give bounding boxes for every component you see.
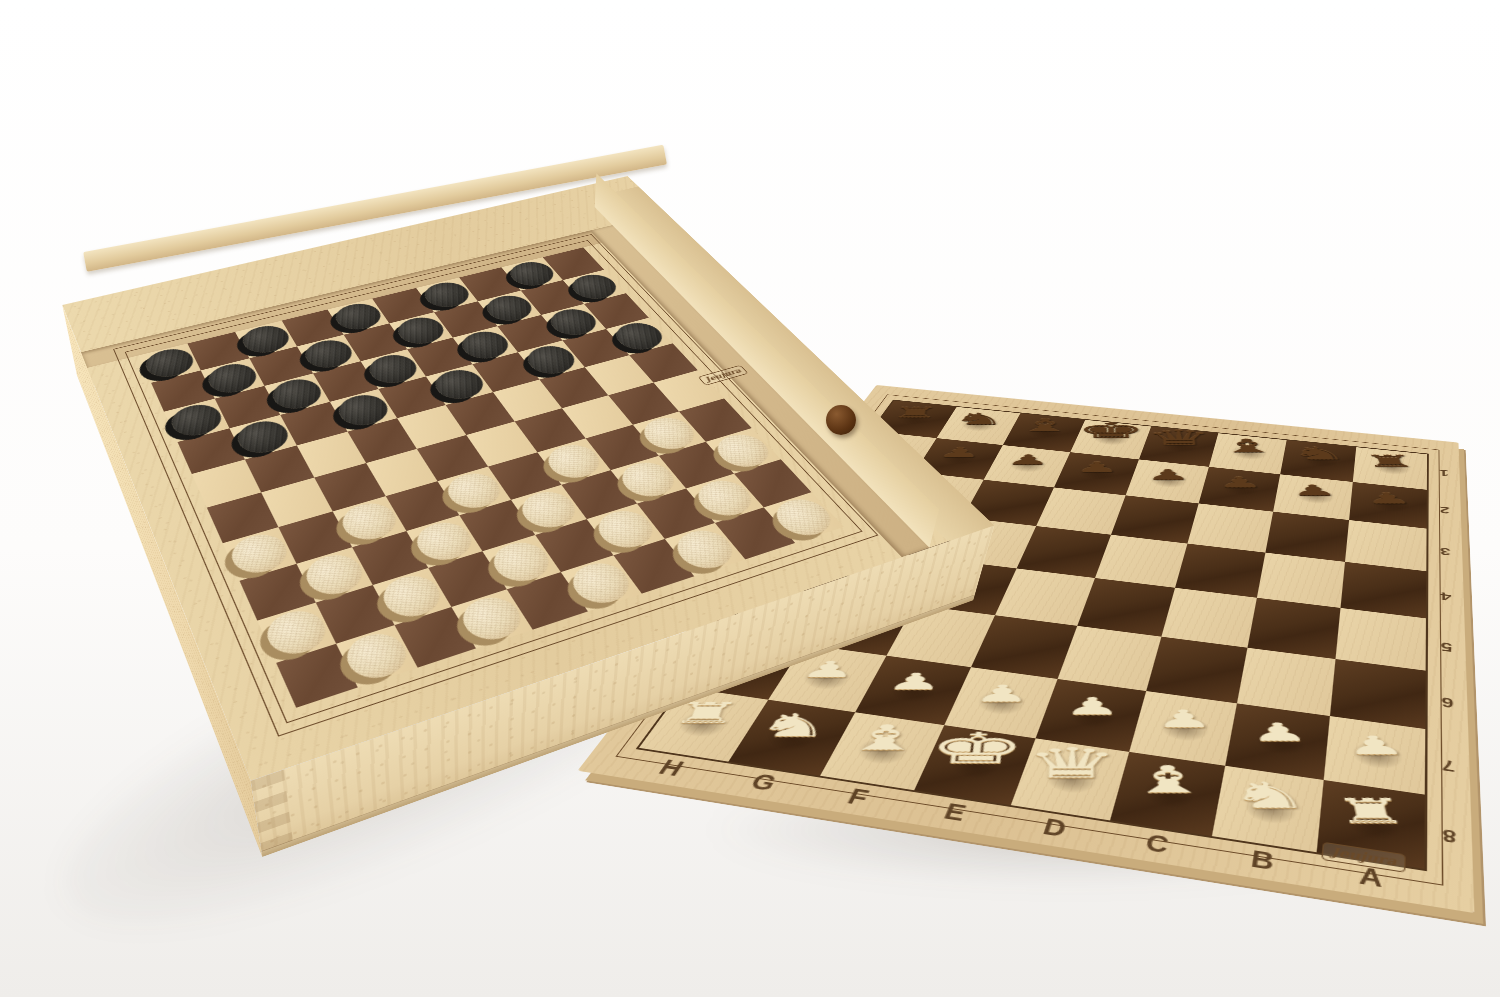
chess-piece-light-king[interactable]: ♚ — [925, 728, 1028, 771]
chess-piece-dark-pawn[interactable]: ♟ — [1289, 483, 1338, 498]
draughts-square[interactable] — [276, 644, 358, 708]
chess-piece-dark-pawn[interactable]: ♟ — [1216, 475, 1264, 490]
draughts-square[interactable] — [764, 492, 844, 543]
draughts-square[interactable] — [511, 485, 587, 535]
chess-piece-light-rook[interactable]: ♜ — [1330, 795, 1413, 829]
piece-contact-shadow — [934, 743, 1016, 789]
piece-contact-shadow — [748, 716, 832, 760]
draughts-square[interactable] — [278, 511, 352, 563]
piece-contact-shadow — [1341, 733, 1413, 778]
lid-pull-knob[interactable] — [826, 405, 856, 435]
rank-label: 7 — [1442, 755, 1455, 775]
file-label: B — [1249, 845, 1277, 876]
draughts-square[interactable] — [333, 496, 407, 547]
file-label: E — [940, 799, 971, 827]
rank-label: 2 — [1440, 504, 1450, 516]
draughts-square[interactable] — [734, 459, 811, 507]
chess-square[interactable] — [1058, 626, 1162, 691]
draughts-square[interactable] — [336, 625, 418, 687]
chess-square[interactable] — [1036, 679, 1147, 752]
chess-piece-light-knight[interactable]: ♞ — [752, 709, 836, 741]
draughts-square[interactable] — [561, 470, 637, 519]
checker-light-man[interactable] — [339, 627, 414, 685]
chess-square[interactable] — [1161, 588, 1256, 648]
chess-square[interactable] — [1011, 738, 1129, 820]
chess-square[interactable] — [1324, 716, 1426, 795]
file-label: H — [654, 755, 690, 781]
checker-light-man[interactable] — [226, 529, 294, 579]
chess-square[interactable] — [1341, 562, 1427, 619]
chess-square[interactable] — [914, 725, 1035, 805]
chess-piece-dark-queen[interactable]: ♛ — [1145, 427, 1214, 448]
draughts-square[interactable] — [261, 478, 333, 528]
draughts-square[interactable] — [316, 585, 395, 644]
chess-square[interactable] — [855, 656, 971, 725]
chess-piece-light-pawn[interactable]: ♟ — [798, 658, 859, 680]
chess-square[interactable] — [1247, 598, 1340, 659]
draughts-square[interactable] — [297, 547, 373, 602]
chess-square[interactable] — [728, 700, 855, 776]
jeujura-logo-chess: Jeujura — [1321, 842, 1406, 873]
draughts-square[interactable] — [229, 415, 296, 460]
chess-piece-light-pawn[interactable]: ♟ — [884, 670, 944, 693]
chess-piece-dark-bishop[interactable]: ♝ — [1016, 416, 1074, 433]
checker-light-man[interactable] — [668, 525, 742, 574]
chess-square[interactable] — [1336, 608, 1426, 671]
chess-square[interactable] — [971, 615, 1077, 679]
chess-square[interactable] — [1095, 535, 1187, 588]
draughts-square[interactable] — [280, 402, 347, 446]
piece-contact-shadow — [1231, 785, 1309, 835]
checker-light-man[interactable] — [540, 440, 608, 483]
draughts-square[interactable] — [459, 500, 535, 551]
draughts-square[interactable] — [438, 467, 512, 516]
draughts-square[interactable] — [613, 539, 694, 594]
checker-light-man[interactable] — [376, 570, 449, 623]
draughts-square[interactable] — [352, 531, 428, 585]
chess-square[interactable] — [1077, 578, 1175, 637]
checker-light-man[interactable] — [614, 458, 684, 502]
chess-piece-light-pawn[interactable]: ♟ — [1063, 694, 1121, 718]
file-label: A — [1358, 862, 1384, 894]
draughts-square[interactable] — [314, 463, 385, 511]
checker-light-man[interactable] — [485, 537, 557, 587]
chess-square[interactable] — [1225, 703, 1330, 780]
checker-light-man[interactable] — [590, 506, 662, 554]
piece-contact-shadow — [1054, 695, 1130, 737]
chess-square[interactable] — [820, 712, 944, 790]
draughts-square[interactable] — [686, 474, 764, 523]
checker-light-man[interactable] — [260, 605, 333, 661]
draughts-square[interactable] — [488, 452, 561, 500]
chess-piece-dark-knight[interactable]: ♞ — [951, 411, 1007, 427]
checker-light-man[interactable] — [767, 494, 841, 541]
rank-label: 6 — [1441, 694, 1454, 712]
chess-piece-light-bishop[interactable]: ♝ — [841, 721, 928, 756]
checker-dark-man[interactable] — [232, 417, 294, 458]
draughts-square[interactable] — [561, 555, 642, 611]
piece-contact-shadow — [1243, 720, 1316, 764]
draughts-square[interactable] — [587, 504, 665, 556]
chess-square[interactable] — [1212, 766, 1324, 852]
draughts-square[interactable] — [515, 408, 586, 452]
checker-light-man[interactable] — [336, 498, 404, 545]
piece-contact-shadow — [840, 729, 923, 774]
draughts-square[interactable] — [373, 568, 452, 625]
chess-piece-dark-rook[interactable]: ♜ — [889, 405, 941, 420]
draughts-square[interactable] — [257, 603, 336, 663]
chess-piece-dark-knight[interactable]: ♞ — [1288, 444, 1349, 462]
draughts-square[interactable] — [223, 527, 297, 581]
chess-square[interactable] — [1146, 637, 1247, 704]
chess-square[interactable] — [1175, 544, 1265, 598]
piece-contact-shadow — [1129, 770, 1209, 818]
draughts-square[interactable] — [507, 572, 588, 630]
chess-square[interactable] — [1129, 691, 1237, 766]
checker-light-man[interactable] — [454, 592, 529, 647]
draughts-square[interactable] — [366, 449, 437, 496]
file-label: F — [843, 784, 874, 811]
draughts-square[interactable] — [395, 607, 476, 668]
chess-piece-dark-bishop[interactable]: ♝ — [1217, 437, 1279, 455]
checker-dark-man[interactable] — [166, 400, 226, 440]
chess-piece-light-queen[interactable]: ♛ — [1023, 743, 1120, 785]
chess-piece-light-pawn[interactable]: ♟ — [973, 682, 1032, 705]
draughts-square[interactable] — [659, 442, 734, 489]
file-label: G — [746, 769, 783, 796]
chess-square[interactable] — [1317, 780, 1425, 869]
chess-square[interactable] — [1330, 659, 1426, 729]
draughts-square[interactable] — [466, 421, 537, 466]
chess-piece-dark-pawn[interactable]: ♟ — [1005, 453, 1050, 467]
checker-light-man[interactable] — [689, 476, 761, 521]
checker-light-man[interactable] — [514, 487, 584, 533]
rank-label: 3 — [1440, 545, 1451, 558]
draughts-square[interactable] — [348, 418, 417, 463]
draughts-square[interactable] — [192, 460, 261, 508]
chess-piece-dark-pawn[interactable]: ♟ — [1363, 491, 1414, 506]
piece-contact-shadow — [874, 670, 952, 710]
checker-light-man[interactable] — [440, 468, 508, 513]
file-label: C — [1143, 829, 1173, 859]
checker-light-man[interactable] — [709, 430, 778, 472]
draughts-square[interactable] — [207, 492, 279, 543]
chess-piece-dark-king[interactable]: ♚ — [1076, 420, 1146, 441]
checker-light-man[interactable] — [564, 557, 639, 609]
draughts-square[interactable] — [535, 519, 613, 572]
rank-label: 5 — [1441, 639, 1453, 655]
chess-piece-dark-pawn[interactable]: ♟ — [937, 446, 983, 460]
piece-contact-shadow — [787, 659, 866, 698]
chess-piece-light-knight[interactable]: ♞ — [1226, 777, 1312, 813]
draughts-square[interactable] — [406, 515, 482, 568]
piece-contact-shadow — [1147, 707, 1222, 750]
chess-piece-dark-pawn[interactable]: ♟ — [1075, 460, 1119, 474]
chess-piece-dark-pawn[interactable]: ♟ — [1145, 468, 1191, 482]
draughts-square[interactable] — [428, 551, 507, 607]
draughts-square[interactable] — [178, 428, 245, 474]
draughts-square[interactable] — [706, 428, 781, 474]
draughts-square[interactable] — [417, 435, 488, 481]
draughts-square[interactable] — [386, 481, 460, 531]
chess-piece-light-pawn[interactable]: ♟ — [1247, 719, 1310, 744]
chess-square[interactable] — [1257, 553, 1345, 608]
draughts-square[interactable] — [637, 488, 715, 538]
chess-piece-light-bishop[interactable]: ♝ — [1126, 761, 1212, 798]
draughts-square[interactable] — [451, 589, 532, 648]
chess-piece-light-pawn[interactable]: ♟ — [1342, 733, 1408, 759]
draughts-square[interactable] — [611, 456, 686, 504]
checker-light-man[interactable] — [409, 517, 479, 566]
draughts-square[interactable] — [164, 399, 229, 442]
file-label: D — [1040, 814, 1071, 843]
piece-contact-shadow — [1030, 756, 1111, 803]
draughts-square[interactable] — [397, 405, 466, 449]
draughts-square[interactable] — [245, 445, 314, 492]
draughts-square[interactable] — [715, 507, 795, 559]
chess-piece-dark-rook[interactable]: ♜ — [1361, 453, 1419, 469]
draughts-square[interactable] — [240, 564, 316, 621]
draughts-square[interactable] — [537, 438, 610, 484]
chess-square[interactable] — [944, 667, 1057, 738]
draughts-square[interactable] — [633, 411, 706, 455]
checker-light-man[interactable] — [299, 549, 369, 600]
rank-label: 4 — [1440, 589, 1451, 603]
draughts-square[interactable] — [665, 523, 746, 576]
checker-light-man[interactable] — [636, 413, 703, 454]
draughts-square[interactable] — [297, 432, 366, 478]
piece-contact-shadow — [963, 682, 1040, 723]
draughts-square[interactable] — [586, 425, 659, 470]
rank-label: 8 — [1442, 825, 1456, 847]
piece-contact-shadow — [659, 703, 744, 746]
chess-square[interactable] — [1237, 648, 1336, 716]
piece-contact-shadow — [1335, 800, 1412, 851]
draughts-square[interactable] — [482, 535, 560, 589]
chess-square[interactable] — [1110, 752, 1225, 836]
rank-label: 1 — [1439, 467, 1449, 478]
chess-piece-light-pawn[interactable]: ♟ — [1154, 707, 1214, 732]
